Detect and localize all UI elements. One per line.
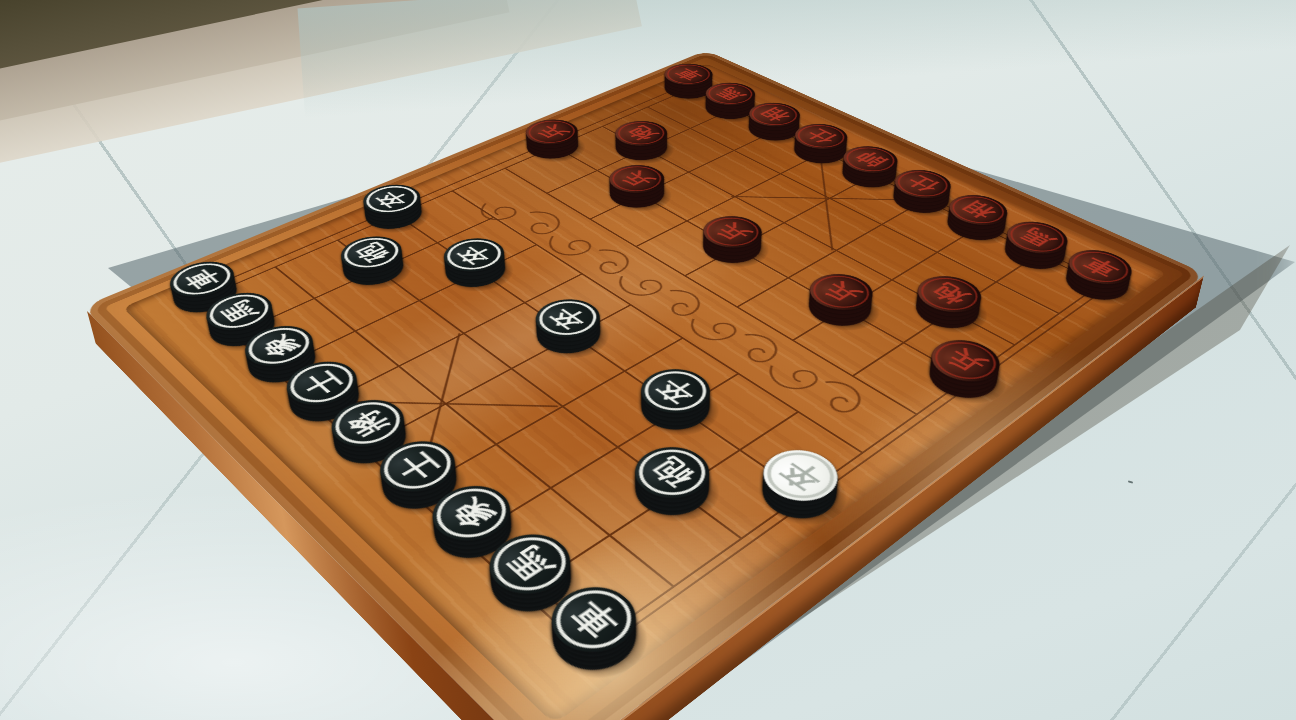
piece-character: 馬 bbox=[501, 542, 559, 585]
piece-character: 仕 bbox=[903, 174, 943, 194]
piece-character: 仕 bbox=[802, 127, 840, 145]
piece-character: 砲 bbox=[350, 241, 393, 265]
piece-red-horse[interactable]: 馬 bbox=[993, 232, 1075, 277]
piece-red-chariot[interactable]: 車 bbox=[1054, 260, 1139, 308]
piece-character: 炮 bbox=[622, 124, 660, 142]
piece-character: 兵 bbox=[711, 220, 753, 243]
pieces-layer: 車馬象士將士象馬車砲砲卒卒卒卒卒車馬相仕帥仕相馬車炮炮兵兵兵兵兵 bbox=[83, 50, 1206, 720]
piece-character: 兵 bbox=[941, 346, 990, 376]
piece-character: 車 bbox=[564, 596, 624, 643]
piece-character: 帥 bbox=[851, 150, 890, 169]
piece-black-cannon[interactable]: 砲 bbox=[621, 456, 724, 528]
piece-character: 相 bbox=[957, 199, 998, 221]
piece-character: 卒 bbox=[453, 243, 496, 267]
piece-character: 將 bbox=[342, 406, 393, 440]
piece-character: 象 bbox=[255, 331, 302, 360]
piece-red-soldier[interactable]: 兵 bbox=[517, 130, 589, 165]
piece-character: 卒 bbox=[372, 188, 412, 209]
piece-character: 車 bbox=[1078, 254, 1122, 279]
piece-character: 象 bbox=[444, 493, 499, 532]
piece-character: 兵 bbox=[533, 123, 570, 141]
perspective-scene: 車馬象士將士象馬車砲砲卒卒卒卒卒車馬相仕帥仕相馬車炮炮兵兵兵兵兵 bbox=[0, 0, 1296, 720]
piece-character: 卒 bbox=[651, 375, 701, 407]
xiangqi-board: 車馬象士將士象馬車砲砲卒卒卒卒卒車馬相仕帥仕相馬車炮炮兵兵兵兵兵 bbox=[83, 50, 1206, 720]
piece-character: 馬 bbox=[216, 298, 262, 325]
piece-character: 兵 bbox=[818, 279, 863, 305]
piece-black-soldier[interactable]: 卒 bbox=[748, 459, 851, 531]
piece-character: 兵 bbox=[617, 169, 657, 189]
piece-character: 車 bbox=[671, 66, 706, 81]
piece-red-soldier[interactable]: 兵 bbox=[691, 227, 772, 272]
piece-character: 車 bbox=[180, 266, 224, 291]
piece-red-soldier[interactable]: 兵 bbox=[796, 284, 883, 335]
piece-character: 卒 bbox=[774, 457, 828, 494]
piece-red-cannon[interactable]: 炮 bbox=[903, 286, 990, 337]
piece-red-elephant[interactable]: 相 bbox=[936, 206, 1016, 248]
piece-red-soldier[interactable]: 兵 bbox=[916, 350, 1009, 408]
piece-black-chariot[interactable]: 車 bbox=[537, 595, 653, 686]
piece-character: 砲 bbox=[645, 454, 699, 491]
piece-character: 士 bbox=[297, 367, 346, 398]
piece-character: 馬 bbox=[712, 86, 748, 102]
piece-character: 馬 bbox=[1016, 226, 1059, 249]
piece-character: 炮 bbox=[927, 281, 972, 307]
piece-character: 士 bbox=[391, 448, 444, 484]
photo-stage: 車馬象士將士象馬車砲砲卒卒卒卒卒車馬相仕帥仕相馬車炮炮兵兵兵兵兵 bbox=[0, 0, 1296, 720]
piece-character: 相 bbox=[756, 106, 793, 123]
piece-character: 卒 bbox=[545, 304, 591, 331]
